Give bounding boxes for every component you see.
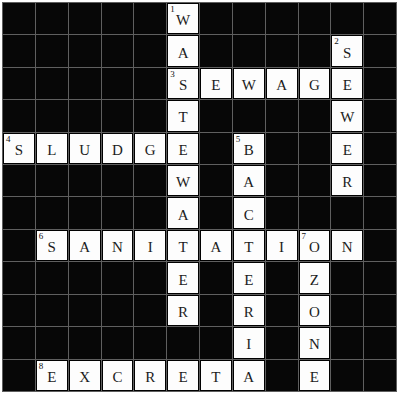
cell-r9c10: [331, 295, 363, 326]
cell-r8c5[interactable]: E: [167, 262, 199, 293]
cell-r4c1[interactable]: L: [36, 133, 68, 164]
cell-letter: E: [178, 143, 187, 158]
cell-r0c8: [266, 3, 298, 34]
cell-r6c2: [69, 197, 101, 228]
cell-r1c3: [102, 35, 134, 66]
cell-r11c0: [3, 360, 35, 391]
cell-r8c4: [134, 262, 166, 293]
cell-letter: I: [148, 240, 153, 255]
cell-r3c3: [102, 100, 134, 131]
clue-number: 6: [39, 231, 44, 241]
cell-letter: B: [244, 143, 254, 158]
cell-letter: X: [79, 370, 90, 385]
cell-r7c4[interactable]: I: [134, 230, 166, 261]
cell-r6c7[interactable]: C: [233, 197, 265, 228]
cell-r8c0: [3, 262, 35, 293]
cell-letter: E: [310, 370, 319, 385]
cell-r4c8: [266, 133, 298, 164]
cell-r5c8: [266, 165, 298, 196]
cell-letter: E: [47, 370, 56, 385]
cell-letter: A: [276, 78, 287, 93]
cell-letter: E: [178, 273, 187, 288]
cell-r2c9[interactable]: G: [299, 68, 331, 99]
cell-r10c9[interactable]: N: [299, 327, 331, 358]
cell-letter: D: [112, 143, 123, 158]
cell-r0c3: [102, 3, 134, 34]
cell-r2c6[interactable]: E: [200, 68, 232, 99]
cell-r1c11: [364, 35, 396, 66]
cell-r10c10: [331, 327, 363, 358]
cell-r5c6: [200, 165, 232, 196]
cell-r0c4: [134, 3, 166, 34]
cell-r1c6: [200, 35, 232, 66]
cell-letter: T: [178, 240, 187, 255]
cell-letter: N: [112, 240, 123, 255]
cell-letter: A: [243, 175, 254, 190]
cell-r7c9[interactable]: 7O: [299, 230, 331, 261]
cell-r1c2: [69, 35, 101, 66]
cell-letter: C: [244, 208, 254, 223]
cell-r7c7[interactable]: T: [233, 230, 265, 261]
cell-r3c0: [3, 100, 35, 131]
cell-r10c8: [266, 327, 298, 358]
cell-r6c10: [331, 197, 363, 228]
cell-r5c1: [36, 165, 68, 196]
cell-r2c4: [134, 68, 166, 99]
cell-r1c8: [266, 35, 298, 66]
cell-r3c6: [200, 100, 232, 131]
cell-r11c6[interactable]: T: [200, 360, 232, 391]
cell-r11c4[interactable]: R: [134, 360, 166, 391]
cell-r6c9: [299, 197, 331, 228]
cell-r4c7[interactable]: 5B: [233, 133, 265, 164]
cell-r11c7[interactable]: A: [233, 360, 265, 391]
cell-r11c3[interactable]: C: [102, 360, 134, 391]
cell-r10c7[interactable]: I: [233, 327, 265, 358]
cell-r11c9[interactable]: E: [299, 360, 331, 391]
cell-r9c2: [69, 295, 101, 326]
cell-r2c0: [3, 68, 35, 99]
cell-r3c4: [134, 100, 166, 131]
cell-r9c6: [200, 295, 232, 326]
cell-r4c0[interactable]: 4S: [3, 133, 35, 164]
clue-number: 1: [170, 4, 175, 14]
cell-r4c9: [299, 133, 331, 164]
cell-r9c9[interactable]: O: [299, 295, 331, 326]
cell-r0c1: [36, 3, 68, 34]
cell-r7c1[interactable]: 6S: [36, 230, 68, 261]
cell-r6c4: [134, 197, 166, 228]
cell-r0c6: [200, 3, 232, 34]
cell-r11c8: [266, 360, 298, 391]
cell-r6c1: [36, 197, 68, 228]
cell-letter: S: [15, 143, 23, 158]
cell-r1c9: [299, 35, 331, 66]
cell-r10c3: [102, 327, 134, 358]
cell-letter: O: [309, 305, 320, 320]
cell-r0c10: [331, 3, 363, 34]
cell-r1c1: [36, 35, 68, 66]
cell-letter: R: [178, 305, 188, 320]
cell-r5c2: [69, 165, 101, 196]
cell-r1c0: [3, 35, 35, 66]
cell-letter: I: [246, 337, 251, 352]
cell-r10c4: [134, 327, 166, 358]
cell-r4c4[interactable]: G: [134, 133, 166, 164]
cell-letter: E: [343, 78, 352, 93]
cell-r6c6: [200, 197, 232, 228]
cell-r5c3: [102, 165, 134, 196]
cell-letter: O: [309, 240, 320, 255]
clue-number: 4: [6, 134, 11, 144]
cell-r2c11: [364, 68, 396, 99]
cell-r5c7[interactable]: A: [233, 165, 265, 196]
cell-r1c4: [134, 35, 166, 66]
cell-r8c6: [200, 262, 232, 293]
cell-r4c5[interactable]: E: [167, 133, 199, 164]
cell-letter: A: [210, 240, 221, 255]
cell-letter: L: [47, 143, 56, 158]
cell-r7c6[interactable]: A: [200, 230, 232, 261]
crossword-page: 1WA2S3SEWAGETW4SLUDGE5BEWARAC6SANITATI7O…: [0, 0, 400, 401]
cell-r2c7[interactable]: W: [233, 68, 265, 99]
cell-r4c10[interactable]: E: [331, 133, 363, 164]
cell-letter: U: [79, 143, 90, 158]
cell-r2c10[interactable]: E: [331, 68, 363, 99]
cell-r9c8: [266, 295, 298, 326]
cell-r9c3: [102, 295, 134, 326]
cell-letter: G: [145, 143, 156, 158]
cell-r8c3: [102, 262, 134, 293]
cell-letter: E: [343, 143, 352, 158]
cell-r11c2[interactable]: X: [69, 360, 101, 391]
cell-r7c8[interactable]: I: [266, 230, 298, 261]
clue-number: 5: [236, 134, 241, 144]
cell-r6c8: [266, 197, 298, 228]
cell-r6c3: [102, 197, 134, 228]
cell-r10c1: [36, 327, 68, 358]
cell-r3c9: [299, 100, 331, 131]
cell-r4c2[interactable]: U: [69, 133, 101, 164]
cell-r4c11: [364, 133, 396, 164]
cell-r0c7: [233, 3, 265, 34]
cell-r3c2: [69, 100, 101, 131]
cell-r2c3: [102, 68, 134, 99]
cell-r7c11: [364, 230, 396, 261]
cell-r2c2: [69, 68, 101, 99]
cell-letter: W: [242, 78, 256, 93]
cell-r5c4: [134, 165, 166, 196]
cell-r8c2: [69, 262, 101, 293]
cell-letter: C: [112, 370, 122, 385]
cell-r7c3[interactable]: N: [102, 230, 134, 261]
cell-r4c6: [200, 133, 232, 164]
cell-letter: G: [309, 78, 320, 93]
cell-letter: E: [211, 78, 220, 93]
cell-letter: N: [309, 337, 320, 352]
cell-letter: A: [178, 46, 189, 61]
cell-r10c6: [200, 327, 232, 358]
clue-number: 8: [39, 361, 44, 371]
cell-r0c11: [364, 3, 396, 34]
cell-letter: E: [244, 273, 253, 288]
cell-r8c9[interactable]: Z: [299, 262, 331, 293]
cell-r0c2: [69, 3, 101, 34]
cell-r11c10: [331, 360, 363, 391]
cell-r7c0: [3, 230, 35, 261]
cell-r5c0: [3, 165, 35, 196]
cell-letter: W: [176, 175, 190, 190]
cell-r9c1: [36, 295, 68, 326]
cell-letter: A: [178, 208, 189, 223]
cell-r5c10[interactable]: R: [331, 165, 363, 196]
cell-r8c7[interactable]: E: [233, 262, 265, 293]
cell-letter: N: [342, 240, 353, 255]
clue-number: 3: [170, 69, 175, 79]
cell-r8c10: [331, 262, 363, 293]
cell-r7c2[interactable]: A: [69, 230, 101, 261]
cell-r3c11: [364, 100, 396, 131]
cell-letter: Z: [310, 273, 319, 288]
cell-r0c5[interactable]: 1W: [167, 3, 199, 34]
cell-r6c11: [364, 197, 396, 228]
cell-r8c11: [364, 262, 396, 293]
cell-r3c7: [233, 100, 265, 131]
cell-letter: R: [244, 305, 254, 320]
cell-r3c8: [266, 100, 298, 131]
cell-r0c9: [299, 3, 331, 34]
cell-letter: S: [179, 78, 187, 93]
clue-number: 7: [302, 231, 307, 241]
cell-r2c8[interactable]: A: [266, 68, 298, 99]
cell-r9c7[interactable]: R: [233, 295, 265, 326]
cell-r9c11: [364, 295, 396, 326]
cell-r1c10[interactable]: 2S: [331, 35, 363, 66]
cell-letter: T: [244, 240, 253, 255]
cell-r10c11: [364, 327, 396, 358]
cell-r10c0: [3, 327, 35, 358]
cell-r2c1: [36, 68, 68, 99]
cell-letter: W: [340, 110, 354, 125]
cell-r9c0: [3, 295, 35, 326]
clue-number: 2: [334, 36, 339, 46]
cell-r3c5[interactable]: T: [167, 100, 199, 131]
cell-letter: T: [178, 110, 187, 125]
cell-r10c5: [167, 327, 199, 358]
cell-r11c5[interactable]: E: [167, 360, 199, 391]
cell-r11c1[interactable]: 8E: [36, 360, 68, 391]
cell-letter: E: [178, 370, 187, 385]
cell-r8c8: [266, 262, 298, 293]
cell-letter: S: [343, 46, 351, 61]
cell-r7c10[interactable]: N: [331, 230, 363, 261]
cell-r11c11: [364, 360, 396, 391]
cell-letter: R: [342, 175, 352, 190]
cell-r5c9: [299, 165, 331, 196]
cell-letter: S: [48, 240, 56, 255]
cell-letter: A: [79, 240, 90, 255]
cell-r9c4: [134, 295, 166, 326]
cell-r3c1: [36, 100, 68, 131]
cell-letter: T: [211, 370, 220, 385]
cell-r5c5[interactable]: W: [167, 165, 199, 196]
cell-letter: A: [243, 370, 254, 385]
crossword-grid: 1WA2S3SEWAGETW4SLUDGE5BEWARAC6SANITATI7O…: [2, 2, 397, 392]
cell-r5c11: [364, 165, 396, 196]
cell-r3c10[interactable]: W: [331, 100, 363, 131]
cell-r4c3[interactable]: D: [102, 133, 134, 164]
cell-r2c5[interactable]: 3S: [167, 68, 199, 99]
cell-r6c5[interactable]: A: [167, 197, 199, 228]
cell-r1c5[interactable]: A: [167, 35, 199, 66]
cell-r8c1: [36, 262, 68, 293]
cell-r9c5[interactable]: R: [167, 295, 199, 326]
cell-letter: R: [145, 370, 155, 385]
cell-r6c0: [3, 197, 35, 228]
cell-letter: W: [176, 13, 190, 28]
cell-r7c5[interactable]: T: [167, 230, 199, 261]
cell-r1c7: [233, 35, 265, 66]
cell-r0c0: [3, 3, 35, 34]
cell-letter: I: [279, 240, 284, 255]
cell-r10c2: [69, 327, 101, 358]
